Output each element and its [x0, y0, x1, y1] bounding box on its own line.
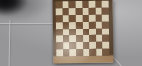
photo-scene — [0, 0, 142, 66]
chessboard — [53, 0, 114, 63]
board-square — [103, 49, 110, 56]
chessboard-grid — [56, 1, 110, 57]
grout-line-horizontal — [0, 23, 54, 24]
grout-line-vertical — [9, 20, 11, 66]
dark-object-shadow — [0, 0, 29, 17]
